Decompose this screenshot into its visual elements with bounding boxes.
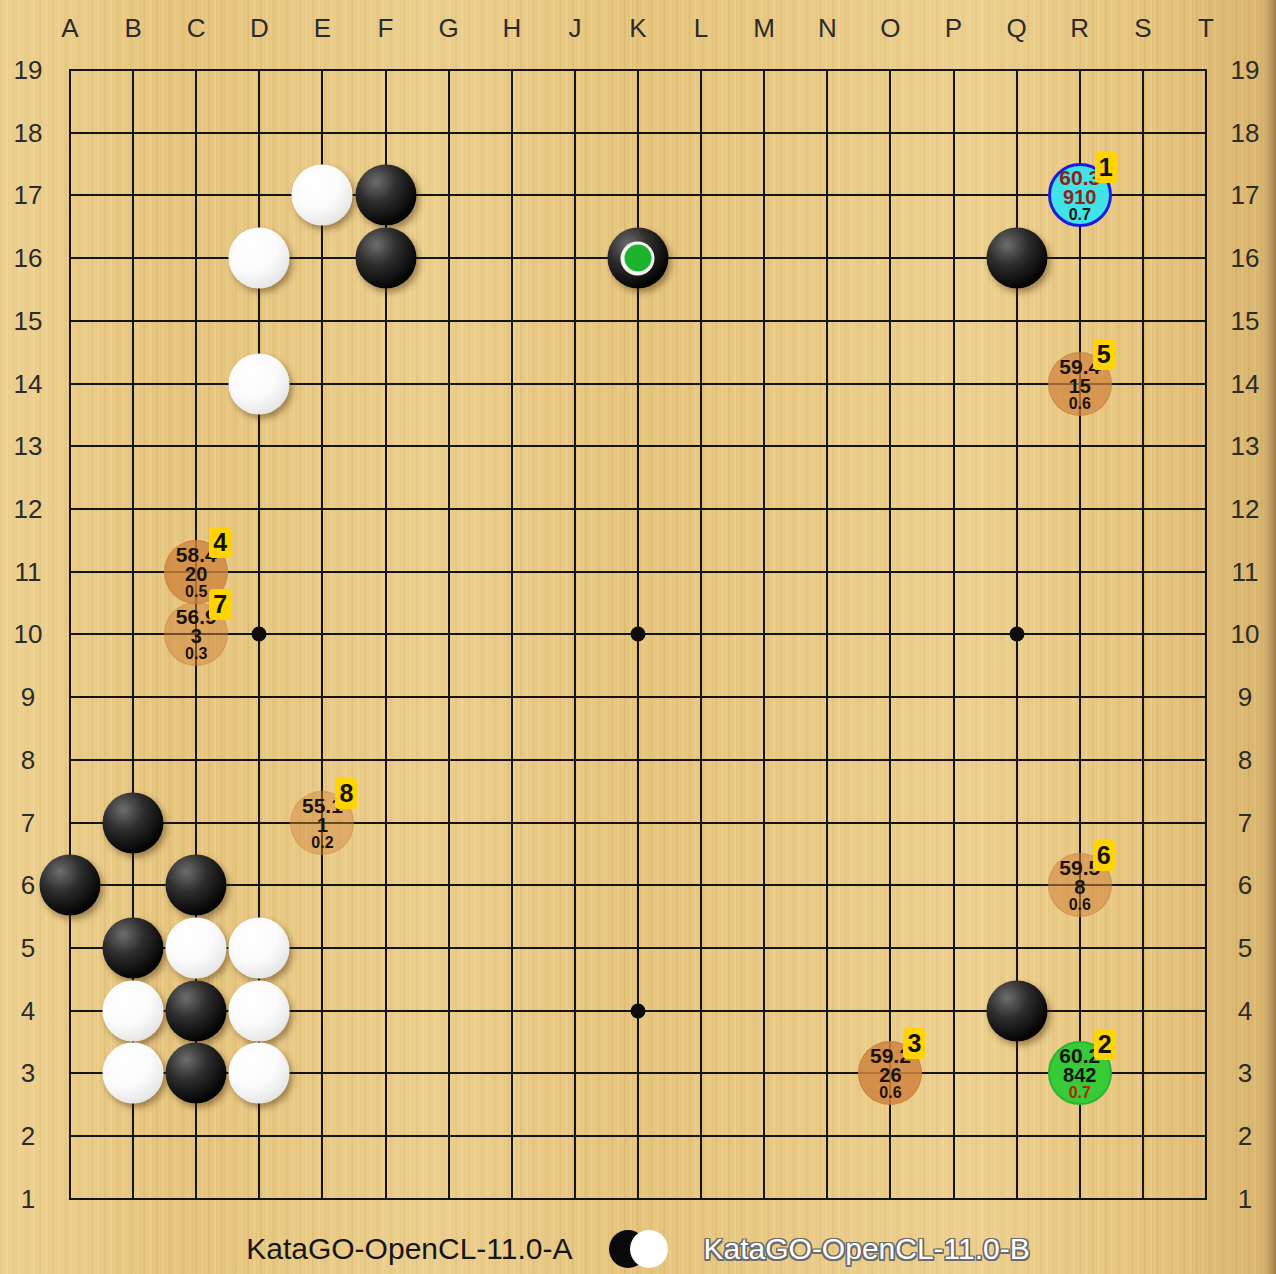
candidate-move[interactable]: 56.930.37 <box>164 602 228 666</box>
row-label-right: 2 <box>1238 1121 1252 1152</box>
column-label: A <box>61 13 78 44</box>
white-stone <box>103 1043 164 1104</box>
score-lead: 0.6 <box>879 1085 901 1101</box>
row-label-left: 16 <box>14 243 43 274</box>
visits: 8 <box>1074 878 1085 897</box>
grid-line <box>69 696 1207 698</box>
row-label-right: 1 <box>1238 1183 1252 1214</box>
white-stone <box>103 980 164 1041</box>
row-label-right: 12 <box>1231 493 1260 524</box>
grid-line <box>953 69 955 1200</box>
row-label-right: 3 <box>1238 1058 1252 1089</box>
grid-line <box>1205 69 1207 1200</box>
row-label-left: 14 <box>14 368 43 399</box>
score-lead: 0.7 <box>1069 1085 1091 1101</box>
row-label-left: 3 <box>21 1058 35 1089</box>
grid-line <box>1142 69 1144 1200</box>
candidate-move[interactable]: 55.110.28 <box>290 791 354 855</box>
row-label-right: 14 <box>1231 368 1260 399</box>
white-stone <box>229 228 290 289</box>
go-analysis-screen: ABCDEFGHJKLMNOPQRST191918181717161615151… <box>0 0 1276 1274</box>
candidate-rank-badge: 5 <box>1093 339 1115 370</box>
white-stone-icon <box>630 1230 668 1268</box>
row-label-right: 17 <box>1231 180 1260 211</box>
candidate-rank-badge: 4 <box>209 527 231 558</box>
white-stone <box>229 1043 290 1104</box>
go-board[interactable]: ABCDEFGHJKLMNOPQRST191918181717161615151… <box>0 0 1276 1274</box>
black-stone <box>607 228 668 289</box>
black-stone <box>986 228 1047 289</box>
grid-line <box>69 759 1207 761</box>
column-label: O <box>880 13 900 44</box>
column-label: T <box>1198 13 1214 44</box>
grid-line <box>69 1198 1207 1200</box>
row-label-right: 16 <box>1231 243 1260 274</box>
star-point <box>252 627 267 642</box>
column-label: B <box>124 13 141 44</box>
row-label-left: 2 <box>21 1121 35 1152</box>
column-label: N <box>818 13 837 44</box>
white-stone <box>229 353 290 414</box>
row-label-left: 5 <box>21 932 35 963</box>
row-label-left: 9 <box>21 682 35 713</box>
score-lead: 0.2 <box>311 835 333 851</box>
row-label-left: 11 <box>15 556 42 587</box>
visits: 20 <box>185 565 207 584</box>
caption-bar: KataGO-OpenCL-11.0-A KataGO-OpenCL-11.0-… <box>0 1226 1276 1272</box>
score-lead: 0.6 <box>1069 396 1091 412</box>
white-player-name: KataGO-OpenCL-11.0-B <box>704 1227 1030 1271</box>
black-stone <box>166 855 227 916</box>
black-stone <box>355 165 416 226</box>
candidate-move[interactable]: 59.580.66 <box>1048 853 1112 917</box>
row-label-left: 17 <box>14 180 43 211</box>
visits: 26 <box>879 1066 901 1085</box>
grid-line <box>700 69 702 1200</box>
row-label-right: 6 <box>1238 870 1252 901</box>
row-label-right: 19 <box>1231 55 1260 86</box>
row-label-right: 18 <box>1231 117 1260 148</box>
row-label-right: 10 <box>1231 619 1260 650</box>
last-move-marker <box>621 241 655 275</box>
candidate-move[interactable]: 60.28420.72 <box>1048 1041 1112 1105</box>
column-label: S <box>1134 13 1151 44</box>
score-lead: 0.5 <box>185 584 207 600</box>
grid-line <box>1079 69 1081 1200</box>
row-label-right: 11 <box>1232 556 1259 587</box>
candidate-rank-badge: 1 <box>1095 152 1117 183</box>
column-label: D <box>250 13 269 44</box>
candidate-rank-badge: 3 <box>903 1028 925 1059</box>
grid-line <box>889 69 891 1200</box>
visits: 3 <box>191 627 202 646</box>
row-label-right: 7 <box>1238 807 1252 838</box>
column-label: C <box>187 13 206 44</box>
white-stone <box>292 165 353 226</box>
row-label-left: 19 <box>14 55 43 86</box>
visits: 842 <box>1063 1066 1096 1085</box>
row-label-left: 6 <box>21 870 35 901</box>
column-label: L <box>694 13 708 44</box>
grid-line <box>69 884 1207 886</box>
black-stone <box>103 792 164 853</box>
column-label: K <box>629 13 646 44</box>
row-label-left: 15 <box>14 305 43 336</box>
row-label-left: 10 <box>14 619 43 650</box>
black-player-name: KataGO-OpenCL-11.0-A <box>246 1227 572 1271</box>
column-label: Q <box>1007 13 1027 44</box>
star-point <box>630 627 645 642</box>
row-label-right: 9 <box>1238 682 1252 713</box>
row-label-left: 4 <box>21 995 35 1026</box>
column-label: E <box>314 13 331 44</box>
black-stone <box>103 917 164 978</box>
candidate-rank-badge: 7 <box>209 589 231 620</box>
star-point <box>630 1003 645 1018</box>
black-stone <box>40 855 101 916</box>
row-label-left: 12 <box>14 493 43 524</box>
column-label: M <box>753 13 775 44</box>
grid-line <box>763 69 765 1200</box>
white-stone <box>229 980 290 1041</box>
grid-line <box>826 69 828 1200</box>
candidate-rank-badge: 6 <box>1093 840 1115 871</box>
visits: 1 <box>317 816 328 835</box>
row-label-right: 4 <box>1238 995 1252 1026</box>
black-stone <box>355 228 416 289</box>
column-label: R <box>1070 13 1089 44</box>
candidate-rank-badge: 2 <box>1094 1029 1116 1060</box>
score-lead: 0.3 <box>185 646 207 662</box>
row-label-right: 15 <box>1231 305 1260 336</box>
black-stone <box>166 980 227 1041</box>
column-label: G <box>439 13 459 44</box>
grid-line <box>69 822 1207 824</box>
row-label-right: 13 <box>1231 431 1260 462</box>
candidate-move[interactable]: 59.4150.65 <box>1048 352 1112 416</box>
column-label: P <box>945 13 962 44</box>
black-white-stones-icon <box>609 1227 668 1271</box>
column-label: F <box>378 13 394 44</box>
row-label-left: 18 <box>14 117 43 148</box>
row-label-left: 7 <box>21 807 35 838</box>
column-label: H <box>502 13 521 44</box>
row-label-left: 1 <box>21 1183 35 1214</box>
candidate-move[interactable]: 60.39100.71 <box>1048 163 1112 227</box>
visits: 15 <box>1069 377 1091 396</box>
visits: 910 <box>1063 188 1096 207</box>
grid-line <box>69 1135 1207 1137</box>
candidate-move[interactable]: 59.2260.63 <box>858 1041 922 1105</box>
white-stone <box>229 917 290 978</box>
black-stone <box>166 1043 227 1104</box>
score-lead: 0.7 <box>1069 207 1091 223</box>
row-label-left: 8 <box>21 744 35 775</box>
white-stone <box>166 917 227 978</box>
score-lead: 0.6 <box>1069 897 1091 913</box>
row-label-right: 8 <box>1238 744 1252 775</box>
star-point <box>1009 627 1024 642</box>
row-label-right: 5 <box>1238 932 1252 963</box>
black-stone <box>986 980 1047 1041</box>
column-label: J <box>568 13 581 44</box>
row-label-left: 13 <box>14 431 43 462</box>
candidate-rank-badge: 8 <box>335 778 357 809</box>
